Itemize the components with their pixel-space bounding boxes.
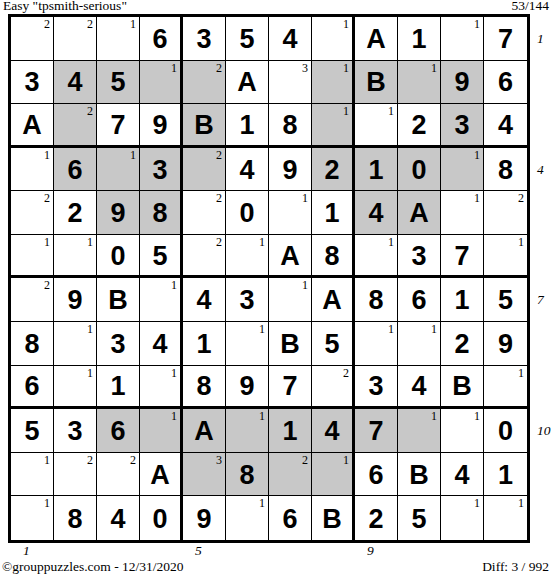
cell-value: 1 bbox=[196, 331, 211, 358]
cell-value: 1 bbox=[282, 418, 297, 445]
pencil-mark: 1 bbox=[259, 236, 265, 248]
cell-value: 7 bbox=[368, 418, 383, 445]
cell-r1c6[interactable]: 5 bbox=[226, 17, 269, 61]
cell-r5c10[interactable]: A bbox=[398, 191, 441, 235]
cell-value: 6 bbox=[152, 26, 167, 53]
cell-value: A bbox=[194, 418, 214, 445]
cell-value: 5 bbox=[239, 26, 254, 53]
cell-r11c3[interactable]: 2 bbox=[97, 453, 140, 497]
cell-value: 8 bbox=[67, 506, 82, 533]
pencil-mark: 1 bbox=[130, 18, 136, 30]
row-label-1: 1 bbox=[537, 32, 544, 46]
pencil-mark: 1 bbox=[259, 323, 265, 335]
cell-r6c2[interactable]: 1 bbox=[54, 235, 97, 279]
cell-value: 8 bbox=[239, 462, 254, 489]
cell-value: B bbox=[452, 373, 472, 400]
pencil-mark: 1 bbox=[474, 497, 480, 509]
cell-value: 4 bbox=[152, 331, 167, 358]
cell-value: 7 bbox=[110, 112, 125, 139]
cell-r8c12[interactable]: 9 bbox=[484, 322, 527, 366]
cell-r3c4[interactable]: 9 bbox=[140, 104, 183, 148]
cell-r10c10[interactable]: 1 bbox=[398, 409, 441, 453]
cell-value: 5 bbox=[110, 69, 125, 96]
cell-r5c1[interactable]: 2 bbox=[11, 191, 54, 235]
pencil-mark: 1 bbox=[171, 279, 177, 291]
pencil-mark: 2 bbox=[518, 192, 524, 204]
cell-value: A bbox=[237, 69, 257, 96]
cell-r10c4[interactable]: 1 bbox=[140, 409, 183, 453]
cell-value: 3 bbox=[239, 287, 254, 314]
cell-r10c5[interactable]: A bbox=[183, 409, 226, 453]
cell-r9c8[interactable]: 2 bbox=[312, 366, 355, 410]
cell-value: 3 bbox=[24, 69, 39, 96]
cell-r9c10[interactable]: 4 bbox=[398, 366, 441, 410]
pencil-mark: 1 bbox=[474, 192, 480, 204]
cell-r6c4[interactable]: 5 bbox=[140, 235, 183, 279]
cell-r3c8[interactable]: 1 bbox=[312, 104, 355, 148]
pencil-mark: 2 bbox=[44, 192, 50, 204]
cell-value: 1 bbox=[498, 462, 513, 489]
cell-r4c1[interactable]: 1 bbox=[11, 148, 54, 192]
cell-r1c8[interactable]: 1 bbox=[312, 17, 355, 61]
cell-value: 8 bbox=[282, 112, 297, 139]
cell-r7c5[interactable]: 4 bbox=[183, 278, 226, 322]
cell-r12c7[interactable]: 6 bbox=[269, 496, 312, 540]
cell-r5c12[interactable]: 2 bbox=[484, 191, 527, 235]
cell-r6c1[interactable]: 1 bbox=[11, 235, 54, 279]
cell-value: A bbox=[150, 462, 170, 489]
cell-r10c2[interactable]: 3 bbox=[54, 409, 97, 453]
cell-value: 4 bbox=[498, 112, 513, 139]
cell-value: 8 bbox=[196, 373, 211, 400]
puzzle-counter: 53/144 bbox=[511, 0, 549, 14]
cell-value: 4 bbox=[454, 462, 469, 489]
cell-r11c8[interactable]: 1 bbox=[312, 453, 355, 497]
pencil-mark: 1 bbox=[474, 18, 480, 30]
cell-r7c4[interactable]: 1 bbox=[140, 278, 183, 322]
cell-r5c11[interactable]: 1 bbox=[441, 191, 484, 235]
pencil-mark: 2 bbox=[216, 192, 222, 204]
cell-r3c3[interactable]: 7 bbox=[97, 104, 140, 148]
pencil-mark: 1 bbox=[259, 497, 265, 509]
cell-r4c10[interactable]: 0 bbox=[398, 148, 441, 192]
cell-r5c7[interactable]: 1 bbox=[269, 191, 312, 235]
cell-value: 3 bbox=[110, 331, 125, 358]
cell-r2c4[interactable]: 1 bbox=[140, 61, 183, 105]
pencil-mark: 1 bbox=[343, 18, 349, 30]
cell-r8c4[interactable]: 4 bbox=[140, 322, 183, 366]
cell-value: 4 bbox=[282, 26, 297, 53]
cell-value: 9 bbox=[67, 287, 82, 314]
pencil-mark: 3 bbox=[302, 62, 308, 74]
cell-r2c6[interactable]: A bbox=[226, 61, 269, 105]
cell-r4c3[interactable]: 1 bbox=[97, 148, 140, 192]
cell-value: 6 bbox=[498, 69, 513, 96]
pencil-mark: 1 bbox=[44, 497, 50, 509]
cell-r4c8[interactable]: 2 bbox=[312, 148, 355, 192]
cell-r3c9[interactable]: 1 bbox=[355, 104, 398, 148]
cell-r3c10[interactable]: 2 bbox=[398, 104, 441, 148]
cell-value: 5 bbox=[411, 506, 426, 533]
cell-value: 0 bbox=[152, 506, 167, 533]
cell-r1c4[interactable]: 6 bbox=[140, 17, 183, 61]
cell-value: 9 bbox=[196, 506, 211, 533]
pencil-mark: 2 bbox=[87, 454, 93, 466]
cell-value: 3 bbox=[67, 418, 82, 445]
cell-r8c3[interactable]: 3 bbox=[97, 322, 140, 366]
cell-r11c4[interactable]: A bbox=[140, 453, 183, 497]
cell-r10c1[interactable]: 5 bbox=[11, 409, 54, 453]
cell-value: 1 bbox=[324, 200, 339, 227]
cell-r3c11[interactable]: 3 bbox=[441, 104, 484, 148]
cell-value: B bbox=[409, 462, 429, 489]
pencil-mark: 2 bbox=[343, 367, 349, 379]
cell-r12c9[interactable]: 2 bbox=[355, 496, 398, 540]
cell-r9c3[interactable]: 1 bbox=[97, 366, 140, 410]
pencil-mark: 1 bbox=[44, 454, 50, 466]
pencil-mark: 2 bbox=[216, 236, 222, 248]
cell-r7c12[interactable]: 5 bbox=[484, 278, 527, 322]
cell-r4c5[interactable]: 2 bbox=[183, 148, 226, 192]
cell-value: A bbox=[322, 287, 342, 314]
pencil-mark: 1 bbox=[44, 236, 50, 248]
cell-r12c8[interactable]: B bbox=[312, 496, 355, 540]
cell-r1c3[interactable]: 1 bbox=[97, 17, 140, 61]
pencil-mark: 1 bbox=[388, 236, 394, 248]
cell-r7c10[interactable]: 6 bbox=[398, 278, 441, 322]
cell-value: 6 bbox=[67, 157, 82, 184]
pencil-mark: 2 bbox=[130, 454, 136, 466]
cell-value: 1 bbox=[411, 26, 426, 53]
cell-r8c8[interactable]: 5 bbox=[312, 322, 355, 366]
cell-r11c6[interactable]: 8 bbox=[226, 453, 269, 497]
cell-r6c9[interactable]: 1 bbox=[355, 235, 398, 279]
cell-r4c7[interactable]: 9 bbox=[269, 148, 312, 192]
cell-r1c2[interactable]: 2 bbox=[54, 17, 97, 61]
cell-value: 9 bbox=[152, 112, 167, 139]
cell-value: 2 bbox=[454, 331, 469, 358]
pencil-mark: 1 bbox=[518, 367, 524, 379]
cell-r1c7[interactable]: 4 bbox=[269, 17, 312, 61]
cell-r2c12[interactable]: 6 bbox=[484, 61, 527, 105]
cell-value: 1 bbox=[110, 373, 125, 400]
cell-r11c9[interactable]: 6 bbox=[355, 453, 398, 497]
pencil-mark: 1 bbox=[259, 410, 265, 422]
pencil-mark: 2 bbox=[87, 105, 93, 117]
cell-r5c9[interactable]: 4 bbox=[355, 191, 398, 235]
copyright-text: ©grouppuzzles.com - 12/31/2020 bbox=[2, 559, 184, 575]
pencil-mark: 1 bbox=[431, 323, 437, 335]
cell-r5c3[interactable]: 9 bbox=[97, 191, 140, 235]
row-label-7: 7 bbox=[537, 293, 544, 307]
cell-r3c2[interactable]: 2 bbox=[54, 104, 97, 148]
col-label-1: 1 bbox=[23, 544, 30, 558]
cell-r7c8[interactable]: A bbox=[312, 278, 355, 322]
cell-r8c5[interactable]: 1 bbox=[183, 322, 226, 366]
cell-r1c5[interactable]: 3 bbox=[183, 17, 226, 61]
cell-value: 5 bbox=[24, 418, 39, 445]
cell-r10c6[interactable]: 1 bbox=[226, 409, 269, 453]
cell-value: A bbox=[409, 200, 429, 227]
pencil-mark: 2 bbox=[216, 62, 222, 74]
pencil-mark: 1 bbox=[302, 279, 308, 291]
sudoku-board: 22163541A11734512A31B196A279B18112341613… bbox=[8, 14, 530, 543]
pencil-mark: 1 bbox=[343, 454, 349, 466]
cell-r12c6[interactable]: 1 bbox=[226, 496, 269, 540]
cell-r6c5[interactable]: 2 bbox=[183, 235, 226, 279]
cell-r6c10[interactable]: 3 bbox=[398, 235, 441, 279]
cell-value: 9 bbox=[282, 157, 297, 184]
cell-value: 4 bbox=[411, 373, 426, 400]
cell-r9c6[interactable]: 9 bbox=[226, 366, 269, 410]
cell-value: 3 bbox=[368, 373, 383, 400]
cell-r2c1[interactable]: 3 bbox=[11, 61, 54, 105]
cell-value: 8 bbox=[324, 243, 339, 270]
cell-value: 4 bbox=[110, 506, 125, 533]
cell-r2c2[interactable]: 4 bbox=[54, 61, 97, 105]
cell-r6c12[interactable]: 1 bbox=[484, 235, 527, 279]
cell-value: 0 bbox=[110, 243, 125, 270]
cell-r8c6[interactable]: 1 bbox=[226, 322, 269, 366]
cell-value: 8 bbox=[498, 157, 513, 184]
cell-r12c5[interactable]: 9 bbox=[183, 496, 226, 540]
cell-r4c12[interactable]: 8 bbox=[484, 148, 527, 192]
cell-value: 5 bbox=[152, 243, 167, 270]
cell-value: 4 bbox=[67, 69, 82, 96]
cell-value: B bbox=[322, 506, 342, 533]
pencil-mark: 1 bbox=[431, 62, 437, 74]
cell-value: 6 bbox=[24, 373, 39, 400]
cell-r3c7[interactable]: 8 bbox=[269, 104, 312, 148]
cell-r9c11[interactable]: B bbox=[441, 366, 484, 410]
cell-value: 1 bbox=[239, 112, 254, 139]
cell-r10c8[interactable]: 4 bbox=[312, 409, 355, 453]
cell-r7c2[interactable]: 9 bbox=[54, 278, 97, 322]
cell-r4c6[interactable]: 4 bbox=[226, 148, 269, 192]
pencil-mark: 2 bbox=[44, 18, 50, 30]
cell-value: 4 bbox=[239, 157, 254, 184]
cell-r1c1[interactable]: 2 bbox=[11, 17, 54, 61]
cell-value: 4 bbox=[324, 418, 339, 445]
cell-r3c6[interactable]: 1 bbox=[226, 104, 269, 148]
cell-r6c6[interactable]: 1 bbox=[226, 235, 269, 279]
cell-r11c12[interactable]: 1 bbox=[484, 453, 527, 497]
cell-value: 4 bbox=[368, 200, 383, 227]
pencil-mark: 1 bbox=[518, 497, 524, 509]
cell-value: 7 bbox=[454, 243, 469, 270]
pencil-mark: 1 bbox=[44, 149, 50, 161]
pencil-mark: 1 bbox=[343, 62, 349, 74]
cell-r9c5[interactable]: 8 bbox=[183, 366, 226, 410]
cell-r5c5[interactable]: 2 bbox=[183, 191, 226, 235]
cell-r11c5[interactable]: 3 bbox=[183, 453, 226, 497]
cell-value: 3 bbox=[454, 112, 469, 139]
cell-value: 1 bbox=[454, 287, 469, 314]
cell-r12c1[interactable]: 1 bbox=[11, 496, 54, 540]
cell-r5c2[interactable]: 2 bbox=[54, 191, 97, 235]
cell-r7c7[interactable]: 1 bbox=[269, 278, 312, 322]
row-label-10: 10 bbox=[537, 424, 551, 438]
cell-r1c11[interactable]: 1 bbox=[441, 17, 484, 61]
cell-r11c7[interactable]: 2 bbox=[269, 453, 312, 497]
cell-r12c4[interactable]: 0 bbox=[140, 496, 183, 540]
cell-r1c12[interactable]: 7 bbox=[484, 17, 527, 61]
cell-value: 6 bbox=[411, 287, 426, 314]
pencil-mark: 1 bbox=[474, 149, 480, 161]
cell-r10c7[interactable]: 1 bbox=[269, 409, 312, 453]
cell-r8c11[interactable]: 2 bbox=[441, 322, 484, 366]
cell-r11c2[interactable]: 2 bbox=[54, 453, 97, 497]
cell-r7c3[interactable]: B bbox=[97, 278, 140, 322]
pencil-mark: 1 bbox=[87, 323, 93, 335]
pencil-mark: 1 bbox=[431, 410, 437, 422]
cell-value: 0 bbox=[239, 200, 254, 227]
cell-r7c11[interactable]: 1 bbox=[441, 278, 484, 322]
cell-r4c11[interactable]: 1 bbox=[441, 148, 484, 192]
cell-value: 3 bbox=[411, 243, 426, 270]
cell-r9c9[interactable]: 3 bbox=[355, 366, 398, 410]
cell-r8c10[interactable]: 1 bbox=[398, 322, 441, 366]
cell-r3c12[interactable]: 4 bbox=[484, 104, 527, 148]
cell-r1c10[interactable]: 1 bbox=[398, 17, 441, 61]
cell-value: 9 bbox=[498, 331, 513, 358]
cell-value: 6 bbox=[368, 462, 383, 489]
cell-value: B bbox=[366, 69, 386, 96]
cell-r12c3[interactable]: 4 bbox=[97, 496, 140, 540]
cell-r4c4[interactable]: 3 bbox=[140, 148, 183, 192]
pencil-mark: 2 bbox=[216, 149, 222, 161]
cell-r10c3[interactable]: 6 bbox=[97, 409, 140, 453]
cell-value: 3 bbox=[152, 157, 167, 184]
cell-r12c10[interactable]: 5 bbox=[398, 496, 441, 540]
pencil-mark: 2 bbox=[302, 454, 308, 466]
cell-r8c9[interactable]: 1 bbox=[355, 322, 398, 366]
cell-r2c5[interactable]: 2 bbox=[183, 61, 226, 105]
cell-value: 9 bbox=[239, 373, 254, 400]
cell-r2c9[interactable]: B bbox=[355, 61, 398, 105]
cell-value: B bbox=[280, 331, 300, 358]
cell-value: 6 bbox=[110, 418, 125, 445]
cell-r11c1[interactable]: 1 bbox=[11, 453, 54, 497]
cell-r10c9[interactable]: 7 bbox=[355, 409, 398, 453]
pencil-mark: 1 bbox=[388, 323, 394, 335]
cell-value: 2 bbox=[67, 200, 82, 227]
cell-value: 2 bbox=[411, 112, 426, 139]
pencil-mark: 1 bbox=[87, 367, 93, 379]
pencil-mark: 1 bbox=[343, 105, 349, 117]
pencil-mark: 1 bbox=[171, 62, 177, 74]
cell-r9c12[interactable]: 1 bbox=[484, 366, 527, 410]
cell-r9c4[interactable]: 1 bbox=[140, 366, 183, 410]
pencil-mark: 1 bbox=[171, 410, 177, 422]
page-title: Easy "tpsmith-serious" bbox=[3, 0, 127, 14]
pencil-mark: 3 bbox=[216, 454, 222, 466]
cell-value: 0 bbox=[498, 418, 513, 445]
cell-value: 8 bbox=[152, 200, 167, 227]
cell-value: 0 bbox=[411, 157, 426, 184]
cell-r6c11[interactable]: 7 bbox=[441, 235, 484, 279]
cell-r7c9[interactable]: 8 bbox=[355, 278, 398, 322]
cell-r12c2[interactable]: 8 bbox=[54, 496, 97, 540]
cell-r5c8[interactable]: 1 bbox=[312, 191, 355, 235]
difficulty-text: Diff: 3 / 992 bbox=[482, 559, 549, 575]
cell-value: A bbox=[280, 243, 300, 270]
cell-r4c2[interactable]: 6 bbox=[54, 148, 97, 192]
cell-value: 3 bbox=[196, 26, 211, 53]
cell-value: 6 bbox=[282, 506, 297, 533]
cell-r9c1[interactable]: 6 bbox=[11, 366, 54, 410]
cell-value: A bbox=[22, 112, 42, 139]
cell-value: 5 bbox=[324, 331, 339, 358]
pencil-mark: 1 bbox=[388, 105, 394, 117]
cell-r2c10[interactable]: 1 bbox=[398, 61, 441, 105]
cell-value: 2 bbox=[324, 157, 339, 184]
cell-r12c11[interactable]: 1 bbox=[441, 496, 484, 540]
cell-r5c4[interactable]: 8 bbox=[140, 191, 183, 235]
cell-r6c3[interactable]: 0 bbox=[97, 235, 140, 279]
cell-r11c10[interactable]: B bbox=[398, 453, 441, 497]
col-label-9: 9 bbox=[367, 544, 374, 558]
pencil-mark: 2 bbox=[87, 18, 93, 30]
cell-r5c6[interactable]: 0 bbox=[226, 191, 269, 235]
cell-r1c9[interactable]: A bbox=[355, 17, 398, 61]
cell-r11c11[interactable]: 4 bbox=[441, 453, 484, 497]
cell-r9c2[interactable]: 1 bbox=[54, 366, 97, 410]
cell-value: 2 bbox=[368, 506, 383, 533]
cell-value: 7 bbox=[498, 26, 513, 53]
cell-value: 8 bbox=[368, 287, 383, 314]
cell-r7c6[interactable]: 3 bbox=[226, 278, 269, 322]
cell-r8c2[interactable]: 1 bbox=[54, 322, 97, 366]
row-label-4: 4 bbox=[537, 163, 544, 177]
cell-r2c3[interactable]: 5 bbox=[97, 61, 140, 105]
cell-value: B bbox=[194, 112, 214, 139]
cell-r2c7[interactable]: 3 bbox=[269, 61, 312, 105]
cell-r4c9[interactable]: 1 bbox=[355, 148, 398, 192]
cell-r9c7[interactable]: 7 bbox=[269, 366, 312, 410]
cell-r3c1[interactable]: A bbox=[11, 104, 54, 148]
cell-r10c12[interactable]: 0 bbox=[484, 409, 527, 453]
pencil-mark: 1 bbox=[171, 367, 177, 379]
cell-r7c1[interactable]: 2 bbox=[11, 278, 54, 322]
cell-value: 9 bbox=[110, 200, 125, 227]
cell-value: 9 bbox=[454, 69, 469, 96]
pencil-mark: 1 bbox=[302, 192, 308, 204]
cell-value: B bbox=[108, 287, 128, 314]
pencil-mark: 1 bbox=[87, 236, 93, 248]
cell-value: A bbox=[366, 26, 386, 53]
cell-r3c5[interactable]: B bbox=[183, 104, 226, 148]
cell-r8c7[interactable]: B bbox=[269, 322, 312, 366]
pencil-mark: 1 bbox=[474, 410, 480, 422]
cell-r2c8[interactable]: 1 bbox=[312, 61, 355, 105]
col-label-5: 5 bbox=[195, 544, 202, 558]
cell-value: 5 bbox=[498, 287, 513, 314]
cell-value: 4 bbox=[196, 287, 211, 314]
cell-r8c1[interactable]: 8 bbox=[11, 322, 54, 366]
cell-value: 1 bbox=[368, 157, 383, 184]
cell-r10c11[interactable]: 1 bbox=[441, 409, 484, 453]
pencil-mark: 1 bbox=[518, 236, 524, 248]
cell-value: 8 bbox=[24, 331, 39, 358]
cell-r6c7[interactable]: A bbox=[269, 235, 312, 279]
cell-r12c12[interactable]: 1 bbox=[484, 496, 527, 540]
pencil-mark: 2 bbox=[44, 279, 50, 291]
pencil-mark: 1 bbox=[130, 149, 136, 161]
cell-r6c8[interactable]: 8 bbox=[312, 235, 355, 279]
cell-r2c11[interactable]: 9 bbox=[441, 61, 484, 105]
cell-value: 7 bbox=[282, 373, 297, 400]
